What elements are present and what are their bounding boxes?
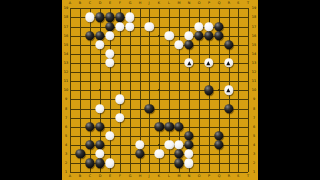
column-label: S (237, 175, 239, 178)
black-stone[interactable] (105, 13, 114, 22)
row-label: 6 (64, 125, 66, 128)
row-label: 5 (64, 134, 66, 137)
white-stone[interactable] (105, 131, 114, 140)
triangle-mark-icon (227, 88, 231, 92)
row-label: 17 (252, 25, 256, 28)
black-stone[interactable] (214, 31, 223, 40)
white-stone[interactable] (155, 149, 164, 158)
column-label: N (188, 175, 191, 178)
row-label: 8 (64, 107, 66, 110)
black-stone[interactable] (184, 40, 193, 49)
black-stone[interactable] (155, 122, 164, 131)
column-label: O (197, 175, 200, 178)
column-label: O (197, 1, 200, 4)
black-stone[interactable] (95, 140, 104, 149)
row-label: 13 (252, 61, 256, 64)
column-label: J (149, 175, 150, 178)
row-label: 7 (64, 116, 66, 119)
column-label: N (188, 1, 191, 4)
black-stone[interactable] (95, 13, 104, 22)
row-label: 18 (63, 16, 67, 19)
white-stone[interactable] (164, 140, 173, 149)
black-stone[interactable] (214, 140, 223, 149)
column-label: T (247, 175, 249, 178)
column-label: H (138, 175, 141, 178)
row-label: 13 (63, 61, 67, 64)
black-stone[interactable] (85, 158, 94, 167)
column-label: H (138, 1, 141, 4)
column-label: D (99, 1, 102, 4)
grid-line-vertical (238, 8, 239, 172)
column-label: S (237, 1, 239, 4)
column-label: M (178, 175, 181, 178)
row-label: 11 (252, 79, 256, 82)
column-label: F (119, 175, 121, 178)
column-label: J (149, 1, 150, 4)
star-point (158, 35, 160, 37)
black-stone[interactable] (224, 104, 233, 113)
column-label: C (89, 175, 91, 178)
column-label: G (128, 1, 131, 4)
row-label: 14 (63, 52, 67, 55)
column-label: A (69, 175, 71, 178)
column-label: P (208, 1, 210, 4)
black-stone[interactable] (95, 158, 104, 167)
column-label: E (109, 1, 111, 4)
white-stone[interactable] (174, 140, 183, 149)
column-label: D (99, 175, 102, 178)
column-label: Q (217, 175, 220, 178)
white-stone[interactable] (204, 22, 213, 31)
black-stone[interactable] (115, 13, 124, 22)
black-stone[interactable] (174, 149, 183, 158)
white-stone[interactable] (224, 58, 233, 67)
column-label: R (227, 1, 229, 4)
row-label: 16 (63, 34, 67, 37)
letterbox-right (258, 0, 320, 180)
black-stone[interactable] (95, 31, 104, 40)
row-label: 14 (252, 52, 256, 55)
row-label: 4 (253, 143, 255, 146)
white-stone[interactable] (224, 86, 233, 95)
row-label: 10 (63, 89, 67, 92)
black-stone[interactable] (214, 22, 223, 31)
row-label: 12 (63, 70, 67, 73)
column-label: L (168, 175, 170, 178)
row-label: 4 (64, 143, 66, 146)
column-label: P (208, 175, 210, 178)
black-stone[interactable] (105, 22, 114, 31)
white-stone[interactable] (95, 149, 104, 158)
row-label: 16 (252, 34, 256, 37)
row-label: 15 (252, 43, 256, 46)
row-label: 7 (253, 116, 255, 119)
letterbox-left (0, 0, 62, 180)
star-point (158, 144, 160, 146)
row-label: 19 (63, 7, 67, 10)
black-stone[interactable] (95, 122, 104, 131)
white-stone[interactable] (184, 31, 193, 40)
column-label: Q (217, 1, 220, 4)
row-label: 8 (253, 107, 255, 110)
black-stone[interactable] (85, 31, 94, 40)
column-label: A (69, 1, 71, 4)
triangle-mark-icon (227, 61, 231, 65)
triangle-mark-icon (187, 61, 191, 65)
column-label: T (247, 1, 249, 4)
white-stone[interactable] (85, 13, 94, 22)
row-label: 9 (253, 98, 255, 101)
star-point (158, 89, 160, 91)
white-stone[interactable] (184, 58, 193, 67)
column-label: K (158, 1, 160, 4)
screenshot-stage: AABBCCDDEEFFGGHHJJKKLLMMNNOOPPQQRRSSTT19… (0, 0, 320, 180)
row-label: 3 (253, 152, 255, 155)
grid-line-horizontal (70, 99, 248, 100)
column-label: E (109, 175, 111, 178)
white-stone[interactable] (95, 104, 104, 113)
white-stone[interactable] (105, 58, 114, 67)
black-stone[interactable] (85, 140, 94, 149)
row-label: 10 (252, 89, 256, 92)
black-stone[interactable] (174, 158, 183, 167)
white-stone[interactable] (95, 40, 104, 49)
row-label: 1 (253, 171, 255, 174)
row-label: 1 (64, 171, 66, 174)
white-stone[interactable] (184, 149, 193, 158)
row-label: 2 (64, 161, 66, 164)
row-label: 9 (64, 98, 66, 101)
black-stone[interactable] (224, 40, 233, 49)
white-stone[interactable] (105, 49, 114, 58)
black-stone[interactable] (204, 31, 213, 40)
go-board[interactable]: AABBCCDDEEFFGGHHJJKKLLMMNNOOPPQQRRSSTT19… (62, 0, 258, 180)
white-stone[interactable] (184, 158, 193, 167)
white-stone[interactable] (105, 31, 114, 40)
black-stone[interactable] (194, 31, 203, 40)
row-label: 12 (252, 70, 256, 73)
grid-line-horizontal (70, 118, 248, 119)
row-label: 19 (252, 7, 256, 10)
white-stone[interactable] (115, 113, 124, 122)
row-label: 3 (64, 152, 66, 155)
white-stone[interactable] (125, 22, 134, 31)
white-stone[interactable] (115, 95, 124, 104)
row-label: 5 (253, 134, 255, 137)
column-label: C (89, 1, 91, 4)
black-stone[interactable] (75, 149, 84, 158)
column-label: M (178, 1, 181, 4)
white-stone[interactable] (164, 31, 173, 40)
row-label: 6 (253, 125, 255, 128)
row-label: 18 (252, 16, 256, 19)
black-stone[interactable] (164, 122, 173, 131)
row-label: 15 (63, 43, 67, 46)
row-label: 2 (253, 161, 255, 164)
column-label: B (79, 175, 81, 178)
white-stone[interactable] (174, 40, 183, 49)
column-label: R (227, 175, 229, 178)
black-stone[interactable] (135, 149, 144, 158)
white-stone[interactable] (105, 158, 114, 167)
black-stone[interactable] (184, 131, 193, 140)
white-stone[interactable] (204, 58, 213, 67)
black-stone[interactable] (174, 122, 183, 131)
black-stone[interactable] (85, 122, 94, 131)
black-stone[interactable] (184, 140, 193, 149)
row-label: 11 (63, 79, 67, 82)
column-label: L (168, 1, 170, 4)
white-stone[interactable] (194, 22, 203, 31)
column-label: F (119, 1, 121, 4)
star-point (99, 89, 101, 91)
black-stone[interactable] (214, 131, 223, 140)
column-label: K (158, 175, 160, 178)
white-stone[interactable] (125, 13, 134, 22)
black-stone[interactable] (204, 86, 213, 95)
black-stone[interactable] (145, 104, 154, 113)
white-stone[interactable] (145, 22, 154, 31)
column-label: B (79, 1, 81, 4)
grid-line-vertical (248, 8, 249, 172)
column-label: G (128, 175, 131, 178)
row-label: 17 (63, 25, 67, 28)
white-stone[interactable] (115, 22, 124, 31)
triangle-mark-icon (207, 61, 211, 65)
white-stone[interactable] (135, 140, 144, 149)
star-point (218, 89, 220, 91)
